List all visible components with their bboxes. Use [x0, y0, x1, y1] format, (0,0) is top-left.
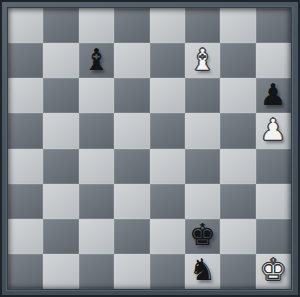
white-king-piece[interactable]: ♚	[260, 255, 287, 285]
square-d8[interactable]	[114, 8, 149, 43]
square-e5[interactable]	[150, 113, 185, 148]
square-f5[interactable]	[185, 113, 220, 148]
square-c1[interactable]	[79, 254, 114, 289]
square-h4[interactable]	[256, 149, 291, 184]
square-g7[interactable]	[220, 43, 255, 78]
square-a7[interactable]	[8, 43, 43, 78]
square-a1[interactable]	[8, 254, 43, 289]
square-e3[interactable]	[150, 184, 185, 219]
square-b4[interactable]	[43, 149, 78, 184]
square-h5[interactable]: ♟	[256, 113, 291, 148]
square-e2[interactable]	[150, 219, 185, 254]
square-f3[interactable]	[185, 184, 220, 219]
square-f2[interactable]: ♚	[185, 219, 220, 254]
square-b3[interactable]	[43, 184, 78, 219]
square-g5[interactable]	[220, 113, 255, 148]
square-d2[interactable]	[114, 219, 149, 254]
square-b7[interactable]	[43, 43, 78, 78]
square-h1[interactable]: ♚	[256, 254, 291, 289]
square-c3[interactable]	[79, 184, 114, 219]
square-a3[interactable]	[8, 184, 43, 219]
white-bishop-piece[interactable]: ♝	[189, 45, 216, 75]
square-e6[interactable]	[150, 78, 185, 113]
square-f8[interactable]	[185, 8, 220, 43]
white-pawn-piece[interactable]: ♟	[260, 115, 287, 145]
black-king-piece[interactable]: ♚	[189, 220, 216, 250]
square-e4[interactable]	[150, 149, 185, 184]
square-d4[interactable]	[114, 149, 149, 184]
square-e1[interactable]	[150, 254, 185, 289]
square-h3[interactable]	[256, 184, 291, 219]
square-a4[interactable]	[8, 149, 43, 184]
square-c6[interactable]	[79, 78, 114, 113]
square-f6[interactable]	[185, 78, 220, 113]
square-d3[interactable]	[114, 184, 149, 219]
square-c8[interactable]	[79, 8, 114, 43]
square-h8[interactable]	[256, 8, 291, 43]
black-pawn-piece[interactable]: ♟	[260, 80, 287, 110]
square-e7[interactable]	[150, 43, 185, 78]
square-c5[interactable]	[79, 113, 114, 148]
square-h6[interactable]: ♟	[256, 78, 291, 113]
black-knight-piece[interactable]: ♞	[189, 255, 216, 285]
square-d7[interactable]	[114, 43, 149, 78]
square-d6[interactable]	[114, 78, 149, 113]
square-f7[interactable]: ♝	[185, 43, 220, 78]
chess-board: ♝♝♟♟♚♞♚	[8, 8, 291, 289]
square-g4[interactable]	[220, 149, 255, 184]
square-c7[interactable]: ♝	[79, 43, 114, 78]
square-g1[interactable]	[220, 254, 255, 289]
square-a6[interactable]	[8, 78, 43, 113]
square-e8[interactable]	[150, 8, 185, 43]
square-d5[interactable]	[114, 113, 149, 148]
square-g6[interactable]	[220, 78, 255, 113]
square-h7[interactable]	[256, 43, 291, 78]
square-b6[interactable]	[43, 78, 78, 113]
square-d1[interactable]	[114, 254, 149, 289]
square-g3[interactable]	[220, 184, 255, 219]
square-b8[interactable]	[43, 8, 78, 43]
square-b1[interactable]	[43, 254, 78, 289]
black-bishop-piece[interactable]: ♝	[83, 45, 110, 75]
square-b5[interactable]	[43, 113, 78, 148]
square-f1[interactable]: ♞	[185, 254, 220, 289]
square-c4[interactable]	[79, 149, 114, 184]
square-b2[interactable]	[43, 219, 78, 254]
square-c2[interactable]	[79, 219, 114, 254]
square-g8[interactable]	[220, 8, 255, 43]
square-a8[interactable]	[8, 8, 43, 43]
square-g2[interactable]	[220, 219, 255, 254]
square-a5[interactable]	[8, 113, 43, 148]
square-f4[interactable]	[185, 149, 220, 184]
square-h2[interactable]	[256, 219, 291, 254]
square-a2[interactable]	[8, 219, 43, 254]
chess-board-frame: ♝♝♟♟♚♞♚	[0, 0, 300, 297]
